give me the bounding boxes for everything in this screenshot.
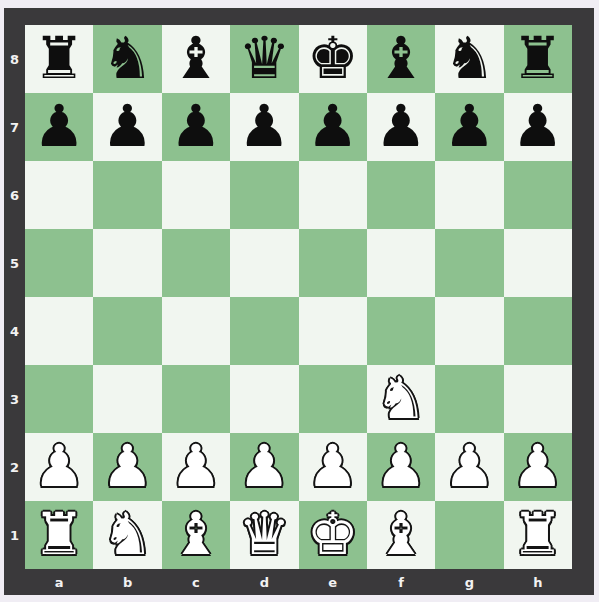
black-bishop[interactable]: ♝ (375, 29, 427, 87)
square-a8[interactable]: ♜ (25, 25, 93, 93)
page: 87654321 ♜♞♝♛♚♝♞♜♟♟♟♟♟♟♟♟♞♟♟♟♟♟♟♟♟♜♞♝♛♚♝… (0, 0, 599, 602)
square-a6[interactable] (25, 161, 93, 229)
chess-board[interactable]: ♜♞♝♛♚♝♞♜♟♟♟♟♟♟♟♟♞♟♟♟♟♟♟♟♟♜♞♝♛♚♝♜ (25, 25, 572, 569)
white-bishop[interactable]: ♝ (170, 505, 222, 563)
square-f4[interactable] (367, 297, 435, 365)
file-label-b: b (93, 569, 161, 595)
black-pawn[interactable]: ♟ (443, 97, 495, 155)
rank-label-8: 8 (4, 25, 25, 93)
white-knight[interactable]: ♞ (375, 369, 427, 427)
square-c7[interactable]: ♟ (162, 93, 230, 161)
file-label-g: g (435, 569, 503, 595)
square-f3[interactable]: ♞ (367, 365, 435, 433)
file-label-f: f (367, 569, 435, 595)
square-b8[interactable]: ♞ (93, 25, 161, 93)
rank-label-2: 2 (4, 433, 25, 501)
rank-label-4: 4 (4, 297, 25, 365)
square-g6[interactable] (435, 161, 503, 229)
square-b3[interactable] (93, 365, 161, 433)
square-b5[interactable] (93, 229, 161, 297)
square-b6[interactable] (93, 161, 161, 229)
square-a3[interactable] (25, 365, 93, 433)
square-b7[interactable]: ♟ (93, 93, 161, 161)
black-pawn[interactable]: ♟ (170, 97, 222, 155)
square-e5[interactable] (299, 229, 367, 297)
square-f6[interactable] (367, 161, 435, 229)
square-f1[interactable]: ♝ (367, 501, 435, 569)
square-c3[interactable] (162, 365, 230, 433)
square-a1[interactable]: ♜ (25, 501, 93, 569)
square-d5[interactable] (230, 229, 298, 297)
black-bishop[interactable]: ♝ (170, 29, 222, 87)
square-h2[interactable]: ♟ (504, 433, 572, 501)
white-pawn[interactable]: ♟ (102, 437, 154, 495)
square-b1[interactable]: ♞ (93, 501, 161, 569)
square-c6[interactable] (162, 161, 230, 229)
rank-label-3: 3 (4, 365, 25, 433)
file-label-d: d (230, 569, 298, 595)
square-c5[interactable] (162, 229, 230, 297)
square-h8[interactable]: ♜ (504, 25, 572, 93)
square-f7[interactable]: ♟ (367, 93, 435, 161)
square-h1[interactable]: ♜ (504, 501, 572, 569)
black-pawn[interactable]: ♟ (238, 97, 290, 155)
square-b2[interactable]: ♟ (93, 433, 161, 501)
rank-label-1: 1 (4, 501, 25, 569)
white-king[interactable]: ♚ (307, 505, 359, 563)
square-b4[interactable] (93, 297, 161, 365)
square-h3[interactable] (504, 365, 572, 433)
black-pawn[interactable]: ♟ (307, 97, 359, 155)
black-pawn[interactable]: ♟ (33, 97, 85, 155)
square-e8[interactable]: ♚ (299, 25, 367, 93)
square-c2[interactable]: ♟ (162, 433, 230, 501)
black-rook[interactable]: ♜ (512, 29, 564, 87)
rank-label-5: 5 (4, 229, 25, 297)
white-pawn[interactable]: ♟ (238, 437, 290, 495)
square-g8[interactable]: ♞ (435, 25, 503, 93)
square-a4[interactable] (25, 297, 93, 365)
square-e7[interactable]: ♟ (299, 93, 367, 161)
square-e6[interactable] (299, 161, 367, 229)
white-pawn[interactable]: ♟ (512, 437, 564, 495)
white-pawn[interactable]: ♟ (33, 437, 85, 495)
square-e2[interactable]: ♟ (299, 433, 367, 501)
square-f2[interactable]: ♟ (367, 433, 435, 501)
square-g5[interactable] (435, 229, 503, 297)
white-bishop[interactable]: ♝ (375, 505, 427, 563)
black-pawn[interactable]: ♟ (512, 97, 564, 155)
square-c1[interactable]: ♝ (162, 501, 230, 569)
square-d1[interactable]: ♛ (230, 501, 298, 569)
file-label-h: h (504, 569, 572, 595)
square-d2[interactable]: ♟ (230, 433, 298, 501)
square-g7[interactable]: ♟ (435, 93, 503, 161)
white-pawn[interactable]: ♟ (443, 437, 495, 495)
rank-labels: 87654321 (4, 25, 25, 569)
white-queen[interactable]: ♛ (238, 505, 290, 563)
square-c8[interactable]: ♝ (162, 25, 230, 93)
square-g4[interactable] (435, 297, 503, 365)
black-king[interactable]: ♚ (307, 29, 359, 87)
square-h6[interactable] (504, 161, 572, 229)
rank-label-7: 7 (4, 93, 25, 161)
square-d8[interactable]: ♛ (230, 25, 298, 93)
black-knight[interactable]: ♞ (102, 29, 154, 87)
square-f5[interactable] (367, 229, 435, 297)
square-g1[interactable] (435, 501, 503, 569)
square-a2[interactable]: ♟ (25, 433, 93, 501)
white-knight[interactable]: ♞ (102, 505, 154, 563)
black-pawn[interactable]: ♟ (375, 97, 427, 155)
square-a7[interactable]: ♟ (25, 93, 93, 161)
square-d7[interactable]: ♟ (230, 93, 298, 161)
square-a5[interactable] (25, 229, 93, 297)
white-pawn[interactable]: ♟ (375, 437, 427, 495)
square-e4[interactable] (299, 297, 367, 365)
square-c4[interactable] (162, 297, 230, 365)
file-label-e: e (299, 569, 367, 595)
file-label-a: a (25, 569, 93, 595)
square-h5[interactable] (504, 229, 572, 297)
rank-label-6: 6 (4, 161, 25, 229)
square-e1[interactable]: ♚ (299, 501, 367, 569)
file-label-c: c (162, 569, 230, 595)
square-e3[interactable] (299, 365, 367, 433)
black-rook[interactable]: ♜ (33, 29, 85, 87)
white-pawn[interactable]: ♟ (307, 437, 359, 495)
white-rook[interactable]: ♜ (512, 505, 564, 563)
square-g2[interactable]: ♟ (435, 433, 503, 501)
board-frame: 87654321 ♜♞♝♛♚♝♞♜♟♟♟♟♟♟♟♟♞♟♟♟♟♟♟♟♟♜♞♝♛♚♝… (4, 8, 594, 595)
square-d6[interactable] (230, 161, 298, 229)
white-pawn[interactable]: ♟ (170, 437, 222, 495)
square-h4[interactable] (504, 297, 572, 365)
white-rook[interactable]: ♜ (33, 505, 85, 563)
square-h7[interactable]: ♟ (504, 93, 572, 161)
file-labels: abcdefgh (25, 569, 572, 595)
black-queen[interactable]: ♛ (238, 29, 290, 87)
square-f8[interactable]: ♝ (367, 25, 435, 93)
square-d4[interactable] (230, 297, 298, 365)
black-pawn[interactable]: ♟ (102, 97, 154, 155)
square-d3[interactable] (230, 365, 298, 433)
square-g3[interactable] (435, 365, 503, 433)
black-knight[interactable]: ♞ (443, 29, 495, 87)
